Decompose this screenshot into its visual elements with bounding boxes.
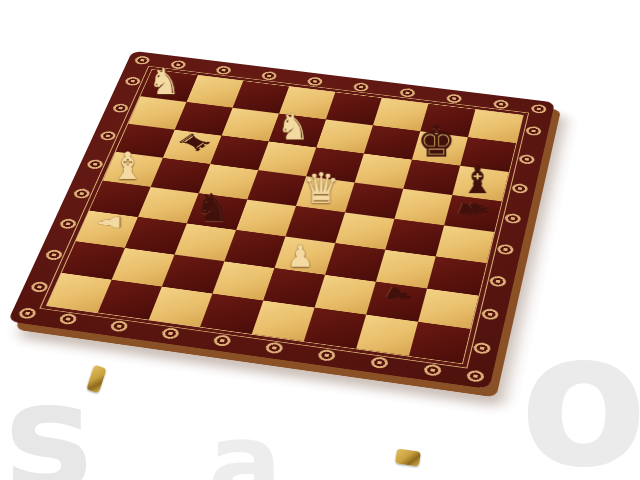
border-ornament-circle (472, 342, 492, 355)
border-ornament-circle (109, 320, 130, 333)
border-ornament-circle (317, 349, 337, 362)
piece-white-knight[interactable]: ♞ (148, 64, 180, 100)
border-ornament-circle (496, 243, 515, 255)
chessboard-grid: ♞♞♚♜♝♝♛♞♞♟♟♟ (47, 70, 522, 364)
border-ornament-circle (17, 307, 38, 320)
square-h5[interactable]: ♞ (444, 195, 501, 232)
watermark-letter-o: o (520, 308, 640, 480)
border-ornament-circle (58, 218, 78, 230)
border-ornament-circle (488, 275, 507, 288)
square-c4[interactable]: ♞ (187, 193, 247, 230)
piece-white-pawn-fallen[interactable]: ♟ (95, 214, 124, 231)
border-ornament-circle (525, 126, 542, 137)
piece-black-bishop[interactable]: ♝ (461, 161, 495, 199)
watermark-letter-a: a (208, 408, 282, 480)
border-ornament-circle (29, 281, 50, 294)
border-ornament-circle (306, 76, 324, 86)
border-ornament-circle (124, 76, 142, 86)
border-ornament-circle (212, 334, 233, 347)
piece-white-bishop[interactable]: ♝ (111, 147, 145, 185)
piece-white-pawn-fallen[interactable]: ♟ (287, 242, 314, 272)
square-c3[interactable] (175, 223, 236, 261)
square-f6[interactable] (355, 154, 412, 189)
border-ornament-circle (99, 130, 118, 141)
square-g7[interactable]: ♚ (412, 131, 468, 165)
square-h1[interactable] (409, 322, 470, 364)
border-ornament-circle (215, 65, 233, 75)
square-h6[interactable]: ♝ (452, 166, 509, 202)
square-e3[interactable]: ♟ (275, 237, 336, 275)
border-ornament-circle (58, 313, 79, 326)
chessboard-frame: ♞♞♚♜♝♝♛♞♞♟♟♟ (8, 51, 555, 389)
piece-black-rook-fallen[interactable]: ♜ (172, 129, 216, 155)
border-ornament-circle (260, 71, 278, 81)
border-ornament-circle (399, 88, 417, 98)
piece-black-knight-fallen[interactable]: ♞ (451, 196, 496, 223)
watermark-letter-s: s (4, 362, 93, 480)
square-g3[interactable] (376, 250, 436, 289)
chessboard-scene: ♞♞♚♜♝♝♛♞♞♟♟♟ (8, 51, 555, 389)
border-ornament-circle (445, 93, 462, 103)
border-ornament-circle (264, 341, 284, 354)
piece-black-pawn-fallen[interactable]: ♟ (380, 283, 418, 306)
piece-white-queen[interactable]: ♛ (303, 168, 341, 210)
border-ornament-circle (504, 213, 522, 225)
border-ornament-circle (423, 363, 443, 377)
square-f4[interactable] (335, 212, 394, 249)
border-ornament-circle (352, 82, 370, 92)
border-ornament-circle (111, 103, 130, 114)
square-d2[interactable] (212, 261, 274, 300)
brass-foot-right (395, 448, 421, 466)
border-ornament-circle (530, 104, 547, 115)
square-b4[interactable] (138, 187, 199, 223)
border-ornament-circle (369, 356, 389, 370)
border-ornament-circle (518, 154, 536, 165)
border-ornament-circle (466, 369, 486, 383)
square-g6[interactable] (403, 160, 460, 195)
border-ornament-circle (492, 99, 509, 110)
border-ornament-circle (481, 308, 500, 321)
border-ornament-circle (511, 183, 529, 194)
border-ornament-circle (85, 159, 104, 170)
piece-white-knight[interactable]: ♞ (277, 108, 310, 145)
border-ornament-circle (72, 188, 92, 200)
square-g5[interactable] (394, 189, 452, 226)
border-ornament-circle (44, 249, 64, 261)
border-ornament-circle (160, 327, 181, 340)
photo-background: s a o ♞♞♚♜♝♝♛♞♞♟♟♟ (0, 0, 640, 480)
square-a5[interactable]: ♝ (103, 152, 163, 187)
square-g1[interactable] (356, 315, 418, 356)
piece-black-king[interactable]: ♚ (417, 121, 456, 164)
square-f1[interactable] (304, 308, 366, 349)
piece-black-knight[interactable]: ♞ (195, 189, 229, 227)
square-d1[interactable] (200, 294, 263, 334)
